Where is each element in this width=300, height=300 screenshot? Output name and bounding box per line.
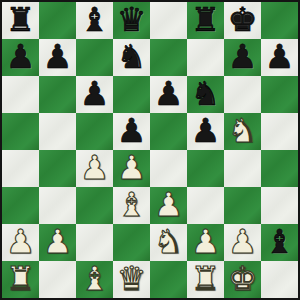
piece-white-bishop-c1: ♝ xyxy=(76,261,113,298)
piece-black-queen-d8: ♛ xyxy=(113,2,150,39)
square-c2[interactable] xyxy=(76,224,113,261)
piece-black-pawn-g7: ♟ xyxy=(224,39,261,76)
square-g2[interactable]: ♟ xyxy=(224,224,261,261)
piece-white-queen-d1: ♛ xyxy=(113,261,150,298)
piece-white-bishop-d3: ♝ xyxy=(113,187,150,224)
square-c4[interactable]: ♟ xyxy=(76,150,113,187)
chess-board: ♜♝♛♜♚♟♟♞♟♟♟♟♞♟♟♞♟♟♝♟♟♟♞♟♟♝♜♝♛♜♚ xyxy=(0,0,300,300)
square-e3[interactable]: ♟ xyxy=(150,187,187,224)
piece-black-pawn-b7: ♟ xyxy=(39,39,76,76)
square-f8[interactable]: ♜ xyxy=(187,2,224,39)
square-h7[interactable]: ♟ xyxy=(261,39,298,76)
piece-white-pawn-e3: ♟ xyxy=(150,187,187,224)
square-a2[interactable]: ♟ xyxy=(2,224,39,261)
square-b7[interactable]: ♟ xyxy=(39,39,76,76)
piece-white-knight-e2: ♞ xyxy=(150,224,187,261)
square-h1[interactable] xyxy=(261,261,298,298)
square-b6[interactable] xyxy=(39,76,76,113)
square-c8[interactable]: ♝ xyxy=(76,2,113,39)
square-g6[interactable] xyxy=(224,76,261,113)
square-g5[interactable]: ♞ xyxy=(224,113,261,150)
square-d4[interactable]: ♟ xyxy=(113,150,150,187)
square-h4[interactable] xyxy=(261,150,298,187)
square-e4[interactable] xyxy=(150,150,187,187)
square-g8[interactable]: ♚ xyxy=(224,2,261,39)
square-f4[interactable] xyxy=(187,150,224,187)
square-h6[interactable] xyxy=(261,76,298,113)
square-e1[interactable] xyxy=(150,261,187,298)
square-b8[interactable] xyxy=(39,2,76,39)
piece-white-pawn-f2: ♟ xyxy=(187,224,224,261)
piece-black-pawn-a7: ♟ xyxy=(2,39,39,76)
square-c3[interactable] xyxy=(76,187,113,224)
square-a3[interactable] xyxy=(2,187,39,224)
square-a4[interactable] xyxy=(2,150,39,187)
square-h3[interactable] xyxy=(261,187,298,224)
piece-white-pawn-c4: ♟ xyxy=(76,150,113,187)
piece-black-king-g8: ♚ xyxy=(224,2,261,39)
square-a8[interactable]: ♜ xyxy=(2,2,39,39)
piece-white-pawn-a2: ♟ xyxy=(2,224,39,261)
square-e5[interactable] xyxy=(150,113,187,150)
square-g7[interactable]: ♟ xyxy=(224,39,261,76)
square-c7[interactable] xyxy=(76,39,113,76)
square-b1[interactable] xyxy=(39,261,76,298)
square-h2[interactable]: ♝ xyxy=(261,224,298,261)
piece-white-king-g1: ♚ xyxy=(224,261,261,298)
square-a6[interactable] xyxy=(2,76,39,113)
piece-white-rook-f1: ♜ xyxy=(187,261,224,298)
square-f2[interactable]: ♟ xyxy=(187,224,224,261)
square-b3[interactable] xyxy=(39,187,76,224)
square-d7[interactable]: ♞ xyxy=(113,39,150,76)
square-g4[interactable] xyxy=(224,150,261,187)
square-h8[interactable] xyxy=(261,2,298,39)
square-d5[interactable]: ♟ xyxy=(113,113,150,150)
piece-black-pawn-e6: ♟ xyxy=(150,76,187,113)
square-a7[interactable]: ♟ xyxy=(2,39,39,76)
square-a1[interactable]: ♜ xyxy=(2,261,39,298)
piece-black-pawn-c6: ♟ xyxy=(76,76,113,113)
piece-black-pawn-f5: ♟ xyxy=(187,113,224,150)
piece-white-pawn-d4: ♟ xyxy=(113,150,150,187)
square-e7[interactable] xyxy=(150,39,187,76)
piece-black-knight-f6: ♞ xyxy=(187,76,224,113)
square-b4[interactable] xyxy=(39,150,76,187)
piece-black-knight-d7: ♞ xyxy=(113,39,150,76)
piece-white-knight-g5: ♞ xyxy=(224,113,261,150)
square-e6[interactable]: ♟ xyxy=(150,76,187,113)
square-d2[interactable] xyxy=(113,224,150,261)
square-g3[interactable] xyxy=(224,187,261,224)
piece-black-pawn-d5: ♟ xyxy=(113,113,150,150)
piece-black-rook-f8: ♜ xyxy=(187,2,224,39)
piece-white-rook-a1: ♜ xyxy=(2,261,39,298)
square-a5[interactable] xyxy=(2,113,39,150)
square-g1[interactable]: ♚ xyxy=(224,261,261,298)
square-f7[interactable] xyxy=(187,39,224,76)
square-c6[interactable]: ♟ xyxy=(76,76,113,113)
square-d1[interactable]: ♛ xyxy=(113,261,150,298)
square-h5[interactable] xyxy=(261,113,298,150)
square-d8[interactable]: ♛ xyxy=(113,2,150,39)
square-f5[interactable]: ♟ xyxy=(187,113,224,150)
square-b2[interactable]: ♟ xyxy=(39,224,76,261)
square-f6[interactable]: ♞ xyxy=(187,76,224,113)
square-e8[interactable] xyxy=(150,2,187,39)
square-b5[interactable] xyxy=(39,113,76,150)
piece-white-pawn-b2: ♟ xyxy=(39,224,76,261)
piece-black-rook-a8: ♜ xyxy=(2,2,39,39)
square-c1[interactable]: ♝ xyxy=(76,261,113,298)
square-c5[interactable] xyxy=(76,113,113,150)
square-d3[interactable]: ♝ xyxy=(113,187,150,224)
piece-white-pawn-g2: ♟ xyxy=(224,224,261,261)
square-f3[interactable] xyxy=(187,187,224,224)
square-f1[interactable]: ♜ xyxy=(187,261,224,298)
square-d6[interactable] xyxy=(113,76,150,113)
piece-black-bishop-c8: ♝ xyxy=(76,2,113,39)
piece-black-pawn-h7: ♟ xyxy=(261,39,298,76)
piece-black-bishop-h2: ♝ xyxy=(261,224,298,261)
square-e2[interactable]: ♞ xyxy=(150,224,187,261)
